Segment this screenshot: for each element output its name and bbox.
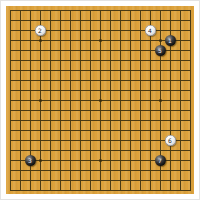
board-intersection[interactable] [145,95,155,105]
board-intersection[interactable] [145,125,155,135]
board-intersection[interactable] [105,35,115,45]
board-intersection[interactable] [165,15,175,25]
board-intersection[interactable] [75,115,85,125]
board-intersection[interactable] [105,135,115,145]
board-intersection[interactable] [5,75,15,85]
board-intersection[interactable] [155,175,165,185]
board-intersection[interactable] [15,5,25,15]
board-intersection[interactable] [185,145,195,155]
board-intersection[interactable] [95,75,105,85]
board-intersection[interactable] [5,85,15,95]
board-intersection[interactable] [185,105,195,115]
board-intersection[interactable] [115,85,125,95]
board-intersection[interactable] [25,175,35,185]
board-intersection[interactable] [75,175,85,185]
board-intersection[interactable] [15,115,25,125]
board-intersection[interactable] [85,115,95,125]
board-intersection[interactable] [5,25,15,35]
board-intersection[interactable] [175,65,185,75]
board-intersection[interactable] [135,35,145,45]
board-intersection[interactable] [75,35,85,45]
board-intersection[interactable] [15,175,25,185]
board-intersection[interactable] [135,95,145,105]
board-intersection[interactable] [145,15,155,25]
board-intersection[interactable] [145,75,155,85]
board-intersection[interactable] [95,55,105,65]
board-intersection[interactable] [175,25,185,35]
board-intersection[interactable] [185,85,195,95]
board-intersection[interactable] [15,55,25,65]
board-intersection[interactable] [165,105,175,115]
board-intersection[interactable] [25,155,35,165]
board-intersection[interactable] [65,125,75,135]
board-intersection[interactable] [105,115,115,125]
board-intersection[interactable] [15,185,25,195]
board-intersection[interactable] [5,15,15,25]
board-intersection[interactable] [95,65,105,75]
board-intersection[interactable] [135,175,145,185]
board-intersection[interactable] [175,95,185,105]
board-intersection[interactable] [185,125,195,135]
board-intersection[interactable] [185,115,195,125]
board-intersection[interactable] [5,155,15,165]
board-intersection[interactable] [45,175,55,185]
board-intersection[interactable] [155,145,165,155]
board-intersection[interactable] [95,45,105,55]
board-intersection[interactable] [25,105,35,115]
board-intersection[interactable] [135,155,145,165]
board-intersection[interactable] [115,15,125,25]
board-intersection[interactable] [95,35,105,45]
board-intersection[interactable] [155,85,165,95]
board-intersection[interactable] [155,5,165,15]
board-intersection[interactable] [15,65,25,75]
board-intersection[interactable] [55,105,65,115]
board-intersection[interactable] [125,115,135,125]
board-intersection[interactable] [135,185,145,195]
board-intersection[interactable] [15,155,25,165]
board-intersection[interactable] [55,145,65,155]
board-intersection[interactable] [185,15,195,25]
board-intersection[interactable] [115,75,125,85]
board-intersection[interactable] [45,145,55,155]
board-intersection[interactable] [185,55,195,65]
board-intersection[interactable] [5,65,15,75]
board-intersection[interactable] [55,35,65,45]
board-intersection[interactable] [105,95,115,105]
board-intersection[interactable] [65,115,75,125]
board-intersection[interactable] [15,25,25,35]
board-intersection[interactable] [105,45,115,55]
board-intersection[interactable] [25,15,35,25]
board-intersection[interactable] [25,135,35,145]
board-intersection[interactable] [135,165,145,175]
board-intersection[interactable] [25,125,35,135]
board-intersection[interactable] [65,155,75,165]
board-intersection[interactable] [125,75,135,85]
board-intersection[interactable] [45,125,55,135]
board-intersection[interactable] [125,65,135,75]
board-intersection[interactable] [165,75,175,85]
board-intersection[interactable] [35,165,45,175]
board-intersection[interactable] [65,95,75,105]
board-intersection[interactable] [185,25,195,35]
board-intersection[interactable] [85,105,95,115]
board-intersection[interactable] [145,145,155,155]
board-intersection[interactable] [185,135,195,145]
board-intersection[interactable] [25,95,35,105]
board-intersection[interactable] [175,35,185,45]
board-intersection[interactable] [115,35,125,45]
board-intersection[interactable] [125,15,135,25]
board-intersection[interactable] [105,185,115,195]
board-intersection[interactable] [115,5,125,15]
board-intersection[interactable] [155,95,165,105]
board-intersection[interactable] [45,135,55,145]
board-intersection[interactable] [135,45,145,55]
board-intersection[interactable] [155,155,165,165]
board-intersection[interactable] [5,115,15,125]
board-intersection[interactable] [75,95,85,105]
board-intersection[interactable] [45,55,55,65]
board-intersection[interactable] [145,45,155,55]
board-intersection[interactable] [65,165,75,175]
board-intersection[interactable] [85,85,95,95]
board-intersection[interactable] [185,155,195,165]
board-intersection[interactable] [45,65,55,75]
board-intersection[interactable] [125,155,135,165]
board-intersection[interactable] [85,185,95,195]
board-intersection[interactable] [95,175,105,185]
board-intersection[interactable] [95,105,105,115]
board-intersection[interactable] [175,155,185,165]
board-intersection[interactable] [175,165,185,175]
board-intersection[interactable] [85,95,95,105]
board-intersection[interactable] [105,65,115,75]
board-intersection[interactable] [155,125,165,135]
board-intersection[interactable] [35,105,45,115]
board-intersection[interactable] [155,115,165,125]
board-intersection[interactable] [105,5,115,15]
board-intersection[interactable] [65,5,75,15]
board-intersection[interactable] [65,55,75,65]
board-intersection[interactable] [35,125,45,135]
board-intersection[interactable] [125,145,135,155]
board-intersection[interactable] [75,15,85,25]
board-intersection[interactable] [35,155,45,165]
board-intersection[interactable] [55,115,65,125]
board-intersection[interactable] [25,45,35,55]
board-intersection[interactable] [145,105,155,115]
board-intersection[interactable] [125,95,135,105]
board-intersection[interactable] [35,135,45,145]
board-intersection[interactable] [85,125,95,135]
board-intersection[interactable] [115,135,125,145]
board-intersection[interactable] [25,165,35,175]
board-intersection[interactable] [65,15,75,25]
board-intersection[interactable] [85,5,95,15]
board-intersection[interactable] [135,115,145,125]
board-intersection[interactable] [125,105,135,115]
board-intersection[interactable] [35,115,45,125]
board-intersection[interactable] [65,85,75,95]
board-intersection[interactable] [55,5,65,15]
board-intersection[interactable] [85,165,95,175]
board-intersection[interactable] [45,95,55,105]
board-intersection[interactable] [5,45,15,55]
board-intersection[interactable] [155,165,165,175]
board-intersection[interactable] [75,75,85,85]
board-intersection[interactable] [45,115,55,125]
board-intersection[interactable] [115,115,125,125]
board-intersection[interactable] [85,25,95,35]
board-intersection[interactable] [165,95,175,105]
board-intersection[interactable] [165,125,175,135]
board-intersection[interactable] [45,45,55,55]
board-intersection[interactable] [175,45,185,55]
board-intersection[interactable] [95,125,105,135]
board-intersection[interactable] [35,85,45,95]
board-intersection[interactable] [105,155,115,165]
board-intersection[interactable] [85,75,95,85]
board-intersection[interactable] [55,45,65,55]
board-intersection[interactable] [115,155,125,165]
board-intersection[interactable] [65,75,75,85]
board-intersection[interactable] [15,45,25,55]
board-intersection[interactable] [175,55,185,65]
board-intersection[interactable] [5,95,15,105]
board-intersection[interactable] [75,165,85,175]
board-intersection[interactable] [65,45,75,55]
board-intersection[interactable] [145,35,155,45]
board-intersection[interactable] [125,45,135,55]
board-intersection[interactable] [15,35,25,45]
board-intersection[interactable] [25,115,35,125]
board-intersection[interactable] [105,175,115,185]
board-intersection[interactable] [35,25,45,35]
board-intersection[interactable] [35,185,45,195]
board-intersection[interactable] [75,135,85,145]
board-intersection[interactable] [155,25,165,35]
board-intersection[interactable] [105,165,115,175]
board-intersection[interactable] [25,5,35,15]
board-intersection[interactable] [95,185,105,195]
board-intersection[interactable] [45,165,55,175]
board-intersection[interactable] [175,135,185,145]
board-intersection[interactable] [95,135,105,145]
board-intersection[interactable] [95,145,105,155]
board-intersection[interactable] [45,155,55,165]
board-intersection[interactable] [135,85,145,95]
board-intersection[interactable] [165,145,175,155]
board-intersection[interactable] [125,55,135,65]
board-intersection[interactable] [135,105,145,115]
board-intersection[interactable] [165,45,175,55]
board-intersection[interactable] [165,175,175,185]
board-intersection[interactable] [85,65,95,75]
board-intersection[interactable] [15,95,25,105]
board-intersection[interactable] [105,85,115,95]
board-intersection[interactable] [75,145,85,155]
board-intersection[interactable] [135,125,145,135]
board-intersection[interactable] [85,135,95,145]
board-intersection[interactable] [5,185,15,195]
board-intersection[interactable] [175,85,185,95]
board-intersection[interactable] [65,135,75,145]
board-intersection[interactable] [175,185,185,195]
board-intersection[interactable] [25,145,35,155]
board-intersection[interactable] [115,185,125,195]
board-intersection[interactable] [45,25,55,35]
board-intersection[interactable] [25,185,35,195]
board-intersection[interactable] [55,155,65,165]
board-intersection[interactable] [185,175,195,185]
board-intersection[interactable] [45,15,55,25]
board-intersection[interactable] [175,15,185,25]
board-intersection[interactable] [85,15,95,25]
board-intersection[interactable] [85,55,95,65]
board-intersection[interactable] [175,125,185,135]
board-intersection[interactable] [65,145,75,155]
board-intersection[interactable] [75,65,85,75]
board-intersection[interactable] [45,105,55,115]
board-intersection[interactable] [95,115,105,125]
board-intersection[interactable] [165,25,175,35]
board-intersection[interactable] [55,125,65,135]
board-intersection[interactable] [155,75,165,85]
board-intersection[interactable] [35,75,45,85]
board-intersection[interactable] [175,75,185,85]
board-intersection[interactable] [45,35,55,45]
board-intersection[interactable] [185,185,195,195]
board-intersection[interactable] [95,25,105,35]
board-intersection[interactable] [15,145,25,155]
board-intersection[interactable] [185,45,195,55]
board-intersection[interactable] [115,145,125,155]
board-intersection[interactable] [155,135,165,145]
board-intersection[interactable] [55,175,65,185]
board-intersection[interactable] [25,65,35,75]
board-intersection[interactable] [155,55,165,65]
board-intersection[interactable] [145,115,155,125]
board-intersection[interactable] [5,175,15,185]
board-intersection[interactable] [145,175,155,185]
board-intersection[interactable] [165,85,175,95]
board-intersection[interactable] [115,175,125,185]
board-intersection[interactable] [185,95,195,105]
board-intersection[interactable] [125,185,135,195]
board-intersection[interactable] [185,75,195,85]
board-intersection[interactable] [185,65,195,75]
board-intersection[interactable] [5,145,15,155]
board-intersection[interactable] [115,45,125,55]
board-intersection[interactable] [175,115,185,125]
board-intersection[interactable] [125,5,135,15]
board-intersection[interactable] [125,35,135,45]
board-intersection[interactable] [95,5,105,15]
board-intersection[interactable] [15,135,25,145]
board-intersection[interactable] [55,165,65,175]
board-intersection[interactable] [105,25,115,35]
board-intersection[interactable] [175,145,185,155]
board-intersection[interactable] [75,155,85,165]
board-intersection[interactable] [105,15,115,25]
board-intersection[interactable] [95,85,105,95]
board-intersection[interactable] [145,65,155,75]
board-intersection[interactable] [25,25,35,35]
board-intersection[interactable] [5,5,15,15]
board-intersection[interactable] [185,5,195,15]
board-intersection[interactable] [155,45,165,55]
board-intersection[interactable] [45,5,55,15]
board-intersection[interactable] [15,15,25,25]
board-intersection[interactable] [135,75,145,85]
board-intersection[interactable] [55,25,65,35]
board-intersection[interactable] [125,135,135,145]
board-intersection[interactable] [105,145,115,155]
board-intersection[interactable] [85,175,95,185]
board-intersection[interactable] [145,165,155,175]
board-intersection[interactable] [175,105,185,115]
board-intersection[interactable] [175,5,185,15]
board-intersection[interactable] [155,65,165,75]
board-intersection[interactable] [85,145,95,155]
board-intersection[interactable] [85,45,95,55]
board-intersection[interactable] [35,45,45,55]
board-intersection[interactable] [65,185,75,195]
board-intersection[interactable] [135,5,145,15]
board-intersection[interactable] [35,15,45,25]
board-intersection[interactable] [135,25,145,35]
board-intersection[interactable] [35,175,45,185]
board-intersection[interactable] [35,5,45,15]
board-intersection[interactable] [75,125,85,135]
board-intersection[interactable] [55,95,65,105]
board-intersection[interactable] [35,145,45,155]
board-intersection[interactable] [145,55,155,65]
board-intersection[interactable] [55,15,65,25]
board-intersection[interactable] [15,165,25,175]
board-intersection[interactable] [15,125,25,135]
board-intersection[interactable] [55,65,65,75]
board-intersection[interactable] [125,175,135,185]
board-intersection[interactable] [55,75,65,85]
board-intersection[interactable] [65,65,75,75]
board-intersection[interactable] [75,45,85,55]
board-intersection[interactable] [85,35,95,45]
board-intersection[interactable] [55,85,65,95]
board-intersection[interactable] [5,125,15,135]
board-intersection[interactable] [165,155,175,165]
board-intersection[interactable] [5,105,15,115]
board-intersection[interactable] [65,105,75,115]
board-intersection[interactable] [35,65,45,75]
board-intersection[interactable] [135,55,145,65]
board-intersection[interactable] [165,5,175,15]
board-intersection[interactable] [155,185,165,195]
board-intersection[interactable] [55,135,65,145]
board-intersection[interactable] [5,35,15,45]
board-intersection[interactable] [85,155,95,165]
board-intersection[interactable] [75,55,85,65]
board-intersection[interactable] [185,35,195,45]
board-intersection[interactable] [5,55,15,65]
board-intersection[interactable] [75,85,85,95]
board-intersection[interactable] [35,95,45,105]
board-intersection[interactable] [155,35,165,45]
board-intersection[interactable] [185,165,195,175]
board-intersection[interactable] [65,35,75,45]
